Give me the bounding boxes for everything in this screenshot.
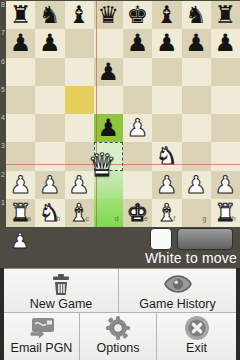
black-pawn[interactable]: ♟ [211,29,240,57]
square-h4[interactable] [211,114,240,142]
white-knight[interactable]: ♞ [152,142,181,170]
square-d8[interactable]: ♛ [94,1,123,29]
gear-icon [105,316,131,340]
black-king[interactable]: ♚ [123,1,152,29]
square-b3[interactable] [35,142,64,170]
black-pawn[interactable]: ♟ [94,114,123,142]
game-history-label: Game History [139,297,215,311]
cursor-crosshair-horizontal [6,164,240,165]
new-game-button[interactable]: New Game [4,269,119,312]
file-label-g: g [203,215,207,223]
rank-label-7: 7 [1,29,6,37]
trash-icon [49,272,73,296]
status-toggle-button[interactable] [150,228,172,250]
rank-label-1: 1 [1,199,6,207]
square-h8[interactable]: ♜ [211,1,240,29]
white-bishop[interactable]: ♝ [65,199,94,227]
square-f1[interactable]: ♝ [152,199,181,227]
white-pawn[interactable]: ♟ [182,171,211,199]
exit-icon [184,316,210,340]
square-c4[interactable] [65,114,94,142]
options-menu: New Game Game History [4,268,236,360]
black-bishop[interactable]: ♝ [65,1,94,29]
square-d4[interactable]: ♟ [94,114,123,142]
square-f2[interactable]: ♟ [152,171,181,199]
rank-label-2: 2 [1,171,6,179]
white-pawn[interactable]: ♟ [6,171,35,199]
square-g8[interactable]: ♞ [182,1,211,29]
exit-button[interactable]: Exit [157,313,236,360]
file-label-c: c [86,215,90,223]
black-bishop[interactable]: ♝ [152,1,181,29]
white-pawn[interactable]: ♟ [65,171,94,199]
chess-board[interactable]: ♛ ♜♞♝♛♚♝♞♜♟♟♟♟♟♟♟♟♟♞♟♟♟♟♟♟♜♞♝♚♝♜87654321… [0,0,240,228]
rank-label-5: 5 [1,86,6,94]
white-pawn[interactable]: ♟ [123,114,152,142]
rank-label-4: 4 [1,114,6,122]
square-d5[interactable] [94,86,123,114]
square-a6[interactable] [6,58,35,86]
square-h2[interactable]: ♟ [211,171,240,199]
square-e8[interactable]: ♚ [123,1,152,29]
square-b8[interactable]: ♞ [35,1,64,29]
rank-label-8: 8 [1,1,6,9]
exit-label: Exit [186,341,207,355]
square-g5[interactable] [182,86,211,114]
email-pgn-label: Email PGN [11,341,73,355]
square-g7[interactable]: ♟ [182,29,211,57]
chess-app-screen: ♛ ♜♞♝♛♚♝♞♜♟♟♟♟♟♟♟♟♟♞♟♟♟♟♟♟♜♞♝♚♝♜87654321… [0,0,240,360]
square-h5[interactable] [211,86,240,114]
square-e2[interactable] [123,171,152,199]
square-a4[interactable] [6,114,35,142]
square-c8[interactable]: ♝ [65,1,94,29]
black-pawn[interactable]: ♟ [6,29,35,57]
square-f4[interactable] [152,114,181,142]
black-pawn[interactable]: ♟ [152,29,181,57]
square-g2[interactable]: ♟ [182,171,211,199]
file-label-a: a [27,215,31,223]
black-pawn[interactable]: ♟ [123,29,152,57]
square-b4[interactable] [35,114,64,142]
rank-label-3: 3 [1,142,6,150]
status-progress-bar [177,228,233,250]
file-label-h: h [232,215,236,223]
black-pawn[interactable]: ♟ [35,29,64,57]
square-c3[interactable] [65,142,94,170]
square-f6[interactable] [152,58,181,86]
square-e5[interactable] [123,86,152,114]
file-label-f: f [173,215,175,223]
options-label: Options [96,341,139,355]
square-g6[interactable] [182,58,211,86]
white-pawn-icon: ♟ [10,229,30,253]
white-pawn[interactable]: ♟ [35,171,64,199]
square-f8[interactable]: ♝ [152,1,181,29]
black-queen[interactable]: ♛ [94,1,123,29]
square-f3[interactable]: ♞ [152,142,181,170]
square-c2[interactable]: ♟ [65,171,94,199]
square-a3[interactable] [6,142,35,170]
square-g4[interactable] [182,114,211,142]
square-f5[interactable] [152,86,181,114]
square-b5[interactable] [35,86,64,114]
status-text: White to move [145,250,237,266]
white-pawn[interactable]: ♟ [211,171,240,199]
square-c6[interactable] [65,58,94,86]
eye-icon [162,272,194,296]
status-bar: ♟ White to move [0,228,240,268]
new-game-label: New Game [30,297,93,311]
square-h3[interactable] [211,142,240,170]
white-pawn[interactable]: ♟ [152,171,181,199]
black-rook[interactable]: ♜ [6,1,35,29]
square-a2[interactable]: ♟ [6,171,35,199]
square-c5[interactable] [65,86,94,114]
square-e3[interactable] [123,142,152,170]
square-f7[interactable]: ♟ [152,29,181,57]
black-pawn[interactable]: ♟ [94,58,123,86]
file-label-b: b [56,215,60,223]
square-g3[interactable] [182,142,211,170]
square-c7[interactable] [65,29,94,57]
square-d3[interactable] [94,142,123,170]
file-label-d: d [115,215,119,223]
black-knight[interactable]: ♞ [35,1,64,29]
square-b2[interactable]: ♟ [35,171,64,199]
rank-label-6: 6 [1,58,6,66]
square-a8[interactable]: ♜ [6,1,35,29]
square-a7[interactable]: ♟ [6,29,35,57]
square-e7[interactable]: ♟ [123,29,152,57]
file-label-e: e [144,215,148,223]
black-rook[interactable]: ♜ [211,1,240,29]
black-knight[interactable]: ♞ [182,1,211,29]
square-h6[interactable] [211,58,240,86]
square-c1[interactable]: ♝ [65,199,94,227]
black-pawn[interactable]: ♟ [182,29,211,57]
square-e4[interactable]: ♟ [123,114,152,142]
white-bishop[interactable]: ♝ [152,199,181,227]
square-h7[interactable]: ♟ [211,29,240,57]
square-b7[interactable]: ♟ [35,29,64,57]
email-send-icon [28,316,56,340]
square-d7[interactable] [94,29,123,57]
square-a5[interactable] [6,86,35,114]
options-button[interactable]: Options [80,313,157,360]
square-e6[interactable] [123,58,152,86]
square-d6[interactable]: ♟ [94,58,123,86]
cursor-crosshair-vertical [96,1,97,227]
game-history-button[interactable]: Game History [119,269,236,312]
email-pgn-button[interactable]: Email PGN [4,313,80,360]
square-d2[interactable] [94,171,123,199]
square-b6[interactable] [35,58,64,86]
